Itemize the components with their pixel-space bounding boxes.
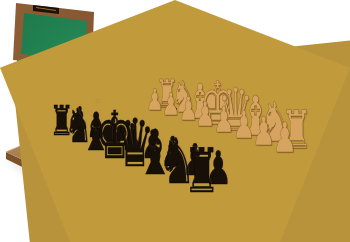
- key-bit: [106, 103, 109, 107]
- scene: ♜♟♞♟♝♟♚♟♛♟♟♝♜♟♟♞♞♟♟♜♝♟♟♚♟♛♟♝♟♞♟♜: [0, 0, 350, 242]
- chess-board: [0, 0, 350, 242]
